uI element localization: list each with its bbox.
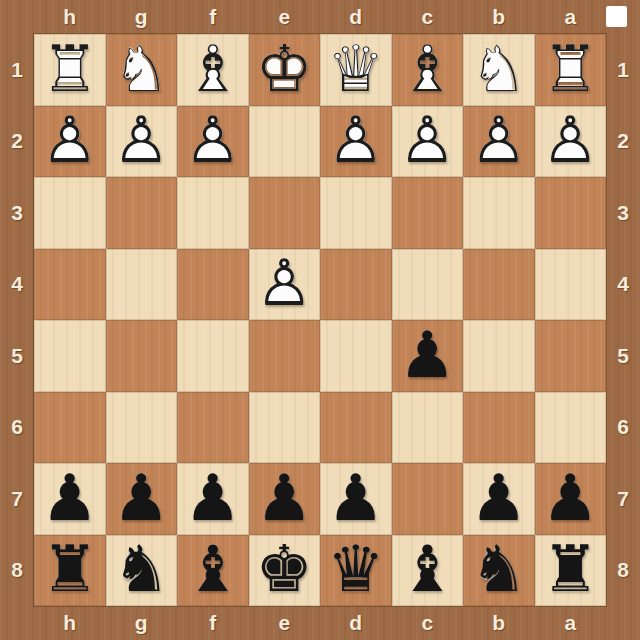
square-e5[interactable]: [249, 320, 321, 392]
piece-white-bishop[interactable]: ♝♗: [177, 34, 249, 106]
rank-label-3: 3: [0, 177, 34, 249]
square-e1[interactable]: ♚♔: [249, 34, 321, 106]
square-a7[interactable]: ♙♟: [535, 463, 607, 535]
piece-glyph-outline: ♙: [184, 108, 241, 172]
rank-label-2: 2: [606, 106, 640, 178]
rank-label-5: 5: [606, 320, 640, 392]
file-label-g: g: [106, 0, 178, 34]
piece-white-pawn[interactable]: ♟♙: [34, 106, 106, 178]
square-a3[interactable]: [535, 177, 607, 249]
piece-black-pawn[interactable]: ♙♟: [392, 320, 464, 392]
square-f2[interactable]: ♟♙: [177, 106, 249, 178]
piece-glyph-outline: ♟: [470, 465, 527, 529]
piece-black-knight[interactable]: ♘♞: [106, 535, 178, 607]
square-a8[interactable]: ♖♜: [535, 535, 607, 607]
piece-glyph-outline: ♟: [113, 465, 170, 529]
square-a5[interactable]: [535, 320, 607, 392]
piece-glyph-outline: ♖: [41, 36, 98, 100]
square-e3[interactable]: [249, 177, 321, 249]
piece-black-pawn[interactable]: ♙♟: [106, 463, 178, 535]
square-e2[interactable]: [249, 106, 321, 178]
square-e4[interactable]: ♟♙: [249, 249, 321, 321]
piece-glyph-outline: ♙: [256, 251, 313, 315]
piece-glyph-outline: ♙: [327, 108, 384, 172]
piece-white-queen[interactable]: ♛♕: [320, 34, 392, 106]
file-label-c: c: [392, 0, 464, 34]
square-d4[interactable]: [320, 249, 392, 321]
board-frame: hgfedcba hgfedcba 12345678 12345678 ♜♖♞♘…: [0, 0, 640, 640]
square-h7[interactable]: ♙♟: [34, 463, 106, 535]
file-label-e: e: [249, 0, 321, 34]
piece-glyph-outline: ♜: [41, 537, 98, 601]
square-b3[interactable]: [463, 177, 535, 249]
piece-black-pawn[interactable]: ♙♟: [249, 463, 321, 535]
file-label-a: a: [535, 606, 607, 640]
square-f6[interactable]: [177, 392, 249, 464]
piece-black-pawn[interactable]: ♙♟: [320, 463, 392, 535]
rank-label-6: 6: [0, 392, 34, 464]
piece-glyph-outline: ♝: [399, 537, 456, 601]
rank-label-6: 6: [606, 392, 640, 464]
file-label-c: c: [392, 606, 464, 640]
piece-white-bishop[interactable]: ♝♗: [392, 34, 464, 106]
piece-white-rook[interactable]: ♜♖: [535, 34, 607, 106]
square-g1[interactable]: ♞♘: [106, 34, 178, 106]
file-label-d: d: [320, 606, 392, 640]
piece-glyph-outline: ♟: [41, 465, 98, 529]
rank-label-1: 1: [0, 34, 34, 106]
square-a2[interactable]: ♟♙: [535, 106, 607, 178]
square-d1[interactable]: ♛♕: [320, 34, 392, 106]
chess-board[interactable]: ♜♖♞♘♝♗♚♔♛♕♝♗♞♘♜♖♟♙♟♙♟♙♟♙♟♙♟♙♟♙♟♙♙♟♙♟♙♟♙♟…: [34, 34, 606, 606]
square-d3[interactable]: [320, 177, 392, 249]
piece-glyph-outline: ♞: [113, 537, 170, 601]
square-d2[interactable]: ♟♙: [320, 106, 392, 178]
piece-black-pawn[interactable]: ♙♟: [463, 463, 535, 535]
piece-glyph-outline: ♕: [327, 36, 384, 100]
piece-white-pawn[interactable]: ♟♙: [320, 106, 392, 178]
square-f3[interactable]: [177, 177, 249, 249]
file-label-h: h: [34, 0, 106, 34]
file-labels-top: hgfedcba: [34, 0, 606, 34]
piece-glyph-outline: ♜: [542, 537, 599, 601]
square-a6[interactable]: [535, 392, 607, 464]
piece-glyph-outline: ♘: [470, 36, 527, 100]
square-c5[interactable]: ♙♟: [392, 320, 464, 392]
square-b1[interactable]: ♞♘: [463, 34, 535, 106]
rank-label-2: 2: [0, 106, 34, 178]
square-h5[interactable]: [34, 320, 106, 392]
square-f8[interactable]: ♗♝: [177, 535, 249, 607]
rank-labels-right: 12345678: [606, 34, 640, 606]
piece-white-pawn[interactable]: ♟♙: [249, 249, 321, 321]
rank-label-1: 1: [606, 34, 640, 106]
square-h2[interactable]: ♟♙: [34, 106, 106, 178]
rank-label-5: 5: [0, 320, 34, 392]
piece-black-knight[interactable]: ♘♞: [463, 535, 535, 607]
square-g8[interactable]: ♘♞: [106, 535, 178, 607]
square-c1[interactable]: ♝♗: [392, 34, 464, 106]
square-f5[interactable]: [177, 320, 249, 392]
piece-black-bishop[interactable]: ♗♝: [392, 535, 464, 607]
file-label-h: h: [34, 606, 106, 640]
square-h4[interactable]: [34, 249, 106, 321]
square-h1[interactable]: ♜♖: [34, 34, 106, 106]
piece-glyph-outline: ♟: [542, 465, 599, 529]
square-c3[interactable]: [392, 177, 464, 249]
square-b7[interactable]: ♙♟: [463, 463, 535, 535]
piece-white-pawn[interactable]: ♟♙: [392, 106, 464, 178]
square-e8[interactable]: ♔♚: [249, 535, 321, 607]
piece-black-bishop[interactable]: ♗♝: [177, 535, 249, 607]
file-label-d: d: [320, 0, 392, 34]
square-d6[interactable]: [320, 392, 392, 464]
white-to-move-indicator: [606, 6, 627, 27]
piece-white-pawn[interactable]: ♟♙: [106, 106, 178, 178]
rank-label-3: 3: [606, 177, 640, 249]
piece-black-queen[interactable]: ♕♛: [320, 535, 392, 607]
rank-label-7: 7: [606, 463, 640, 535]
piece-glyph-outline: ♚: [256, 537, 313, 601]
square-g4[interactable]: [106, 249, 178, 321]
square-b5[interactable]: [463, 320, 535, 392]
piece-white-pawn[interactable]: ♟♙: [535, 106, 607, 178]
rank-label-4: 4: [606, 249, 640, 321]
square-f4[interactable]: [177, 249, 249, 321]
square-c2[interactable]: ♟♙: [392, 106, 464, 178]
square-c7[interactable]: [392, 463, 464, 535]
square-d8[interactable]: ♕♛: [320, 535, 392, 607]
piece-black-rook[interactable]: ♖♜: [34, 535, 106, 607]
square-f7[interactable]: ♙♟: [177, 463, 249, 535]
file-label-a: a: [535, 0, 607, 34]
square-f1[interactable]: ♝♗: [177, 34, 249, 106]
piece-glyph-outline: ♙: [41, 108, 98, 172]
square-g7[interactable]: ♙♟: [106, 463, 178, 535]
piece-glyph-outline: ♘: [113, 36, 170, 100]
piece-glyph-outline: ♖: [542, 36, 599, 100]
file-label-e: e: [249, 606, 321, 640]
square-a4[interactable]: [535, 249, 607, 321]
square-c4[interactable]: [392, 249, 464, 321]
piece-black-pawn[interactable]: ♙♟: [535, 463, 607, 535]
square-g2[interactable]: ♟♙: [106, 106, 178, 178]
square-h8[interactable]: ♖♜: [34, 535, 106, 607]
file-label-b: b: [463, 0, 535, 34]
piece-glyph-outline: ♞: [470, 537, 527, 601]
piece-white-pawn[interactable]: ♟♙: [463, 106, 535, 178]
square-b6[interactable]: [463, 392, 535, 464]
piece-glyph-outline: ♙: [113, 108, 170, 172]
square-a1[interactable]: ♜♖: [535, 34, 607, 106]
piece-glyph-outline: ♟: [184, 465, 241, 529]
file-label-b: b: [463, 606, 535, 640]
piece-glyph-outline: ♙: [399, 108, 456, 172]
square-g6[interactable]: [106, 392, 178, 464]
rank-label-4: 4: [0, 249, 34, 321]
piece-glyph-outline: ♗: [184, 36, 241, 100]
piece-white-rook[interactable]: ♜♖: [34, 34, 106, 106]
square-b8[interactable]: ♘♞: [463, 535, 535, 607]
square-h6[interactable]: [34, 392, 106, 464]
piece-white-pawn[interactable]: ♟♙: [177, 106, 249, 178]
square-h3[interactable]: [34, 177, 106, 249]
file-label-g: g: [106, 606, 178, 640]
piece-white-knight[interactable]: ♞♘: [106, 34, 178, 106]
piece-black-pawn[interactable]: ♙♟: [34, 463, 106, 535]
piece-glyph-outline: ♗: [399, 36, 456, 100]
file-labels-bottom: hgfedcba: [34, 606, 606, 640]
piece-glyph-outline: ♙: [542, 108, 599, 172]
piece-black-king[interactable]: ♔♚: [249, 535, 321, 607]
piece-glyph-outline: ♟: [256, 465, 313, 529]
piece-glyph-outline: ♛: [327, 537, 384, 601]
square-d7[interactable]: ♙♟: [320, 463, 392, 535]
square-e6[interactable]: [249, 392, 321, 464]
piece-black-rook[interactable]: ♖♜: [535, 535, 607, 607]
rank-label-8: 8: [0, 535, 34, 607]
rank-label-7: 7: [0, 463, 34, 535]
square-c6[interactable]: [392, 392, 464, 464]
piece-glyph-outline: ♙: [470, 108, 527, 172]
rank-labels-left: 12345678: [0, 34, 34, 606]
square-c8[interactable]: ♗♝: [392, 535, 464, 607]
rank-label-8: 8: [606, 535, 640, 607]
piece-glyph-outline: ♟: [327, 465, 384, 529]
file-label-f: f: [177, 606, 249, 640]
file-label-f: f: [177, 0, 249, 34]
piece-glyph-outline: ♟: [399, 322, 456, 386]
square-e7[interactable]: ♙♟: [249, 463, 321, 535]
piece-white-king[interactable]: ♚♔: [249, 34, 321, 106]
square-b4[interactable]: [463, 249, 535, 321]
piece-white-knight[interactable]: ♞♘: [463, 34, 535, 106]
square-g5[interactable]: [106, 320, 178, 392]
piece-glyph-outline: ♔: [256, 36, 313, 100]
square-d5[interactable]: [320, 320, 392, 392]
piece-glyph-outline: ♝: [184, 537, 241, 601]
piece-black-pawn[interactable]: ♙♟: [177, 463, 249, 535]
square-g3[interactable]: [106, 177, 178, 249]
square-b2[interactable]: ♟♙: [463, 106, 535, 178]
